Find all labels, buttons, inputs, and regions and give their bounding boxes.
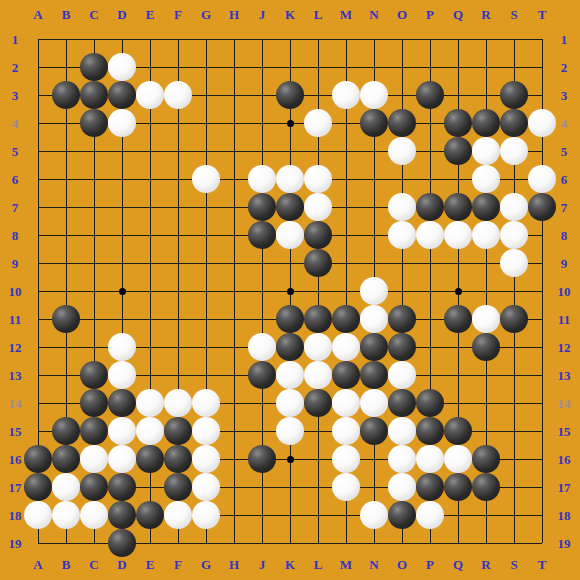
black-stone-d14 (108, 389, 136, 417)
column-label-top-n: N (369, 8, 378, 21)
black-stone-l8 (304, 221, 332, 249)
black-stone-k3 (276, 81, 304, 109)
row-label-right-15: 15 (558, 425, 571, 438)
white-stone-e3 (136, 81, 164, 109)
black-stone-s11 (500, 305, 528, 333)
white-stone-n18 (360, 501, 388, 529)
white-stone-s9 (500, 249, 528, 277)
white-stone-e15 (136, 417, 164, 445)
black-stone-c3 (80, 81, 108, 109)
black-stone-c4 (80, 109, 108, 137)
column-label-top-t: T (538, 8, 547, 21)
black-stone-d18 (108, 501, 136, 529)
black-stone-d3 (108, 81, 136, 109)
row-label-left-3: 3 (12, 89, 19, 102)
black-stone-a17 (24, 473, 52, 501)
black-stone-c17 (80, 473, 108, 501)
black-stone-q15 (444, 417, 472, 445)
white-stone-f3 (164, 81, 192, 109)
white-stone-b17 (52, 473, 80, 501)
column-label-top-l: L (314, 8, 323, 21)
white-stone-n10 (360, 277, 388, 305)
black-stone-e18 (136, 501, 164, 529)
column-label-bottom-k: K (285, 558, 295, 571)
black-stone-p3 (416, 81, 444, 109)
row-label-right-6: 6 (561, 173, 568, 186)
column-label-bottom-g: G (201, 558, 211, 571)
row-label-right-10: 10 (558, 285, 571, 298)
white-stone-p18 (416, 501, 444, 529)
white-stone-g18 (192, 501, 220, 529)
white-stone-c18 (80, 501, 108, 529)
white-stone-k8 (276, 221, 304, 249)
column-label-top-m: M (340, 8, 352, 21)
white-stone-m3 (332, 81, 360, 109)
row-label-right-3: 3 (561, 89, 568, 102)
black-stone-b11 (52, 305, 80, 333)
column-label-top-j: J (259, 8, 266, 21)
column-label-bottom-q: Q (453, 558, 463, 571)
black-stone-r16 (472, 445, 500, 473)
black-stone-p17 (416, 473, 444, 501)
black-stone-t7 (528, 193, 556, 221)
white-stone-l7 (304, 193, 332, 221)
white-stone-j6 (248, 165, 276, 193)
white-stone-p8 (416, 221, 444, 249)
black-stone-k7 (276, 193, 304, 221)
white-stone-m14 (332, 389, 360, 417)
row-label-left-6: 6 (12, 173, 19, 186)
black-stone-e16 (136, 445, 164, 473)
white-stone-t6 (528, 165, 556, 193)
star-point-k16 (287, 456, 294, 463)
black-stone-b16 (52, 445, 80, 473)
black-stone-j7 (248, 193, 276, 221)
white-stone-m17 (332, 473, 360, 501)
white-stone-d16 (108, 445, 136, 473)
black-stone-q7 (444, 193, 472, 221)
white-stone-b18 (52, 501, 80, 529)
row-label-left-19: 19 (9, 537, 22, 550)
white-stone-m15 (332, 417, 360, 445)
white-stone-q8 (444, 221, 472, 249)
row-label-right-5: 5 (561, 145, 568, 158)
black-stone-l11 (304, 305, 332, 333)
black-stone-o18 (388, 501, 416, 529)
star-point-d10 (119, 288, 126, 295)
row-label-left-14: 14 (9, 397, 22, 410)
column-label-bottom-f: F (174, 558, 182, 571)
row-label-right-4: 4 (561, 117, 568, 130)
black-stone-p15 (416, 417, 444, 445)
column-label-bottom-c: C (89, 558, 98, 571)
column-label-top-c: C (89, 8, 98, 21)
black-stone-r4 (472, 109, 500, 137)
black-stone-q5 (444, 137, 472, 165)
black-stone-d17 (108, 473, 136, 501)
column-label-top-f: F (174, 8, 182, 21)
column-label-top-s: S (510, 8, 517, 21)
black-stone-n13 (360, 361, 388, 389)
white-stone-d4 (108, 109, 136, 137)
star-point-k10 (287, 288, 294, 295)
white-stone-r5 (472, 137, 500, 165)
column-label-bottom-n: N (369, 558, 378, 571)
white-stone-l13 (304, 361, 332, 389)
white-stone-a18 (24, 501, 52, 529)
row-label-left-5: 5 (12, 145, 19, 158)
column-label-top-b: B (62, 8, 71, 21)
white-stone-g16 (192, 445, 220, 473)
black-stone-b3 (52, 81, 80, 109)
column-label-top-r: R (481, 8, 490, 21)
column-label-bottom-a: A (33, 558, 42, 571)
row-label-right-17: 17 (558, 481, 571, 494)
white-stone-p16 (416, 445, 444, 473)
column-label-top-g: G (201, 8, 211, 21)
black-stone-b15 (52, 417, 80, 445)
column-label-top-d: D (117, 8, 126, 21)
white-stone-o16 (388, 445, 416, 473)
white-stone-o5 (388, 137, 416, 165)
row-label-right-8: 8 (561, 229, 568, 242)
column-label-bottom-o: O (397, 558, 407, 571)
white-stone-k6 (276, 165, 304, 193)
white-stone-t4 (528, 109, 556, 137)
black-stone-n4 (360, 109, 388, 137)
white-stone-o17 (388, 473, 416, 501)
black-stone-c15 (80, 417, 108, 445)
black-stone-s4 (500, 109, 528, 137)
white-stone-d13 (108, 361, 136, 389)
white-stone-c16 (80, 445, 108, 473)
white-stone-o15 (388, 417, 416, 445)
go-board[interactable]: AABBCCDDEEFFGGHHJJKKLLMMNNOOPPQQRRSSTT11… (0, 0, 580, 580)
column-label-top-h: H (229, 8, 239, 21)
white-stone-n11 (360, 305, 388, 333)
row-label-left-1: 1 (12, 33, 19, 46)
row-label-left-9: 9 (12, 257, 19, 270)
white-stone-j12 (248, 333, 276, 361)
black-stone-p14 (416, 389, 444, 417)
black-stone-f16 (164, 445, 192, 473)
row-label-left-4: 4 (12, 117, 19, 130)
black-stone-a16 (24, 445, 52, 473)
row-label-right-18: 18 (558, 509, 571, 522)
black-stone-m13 (332, 361, 360, 389)
white-stone-m16 (332, 445, 360, 473)
black-stone-d19 (108, 529, 136, 557)
row-label-left-10: 10 (9, 285, 22, 298)
column-label-bottom-e: E (146, 558, 155, 571)
white-stone-o13 (388, 361, 416, 389)
row-label-right-7: 7 (561, 201, 568, 214)
black-stone-n15 (360, 417, 388, 445)
black-stone-k12 (276, 333, 304, 361)
black-stone-j13 (248, 361, 276, 389)
black-stone-c13 (80, 361, 108, 389)
black-stone-l9 (304, 249, 332, 277)
black-stone-s3 (500, 81, 528, 109)
star-point-q10 (455, 288, 462, 295)
white-stone-e14 (136, 389, 164, 417)
row-label-right-13: 13 (558, 369, 571, 382)
white-stone-g14 (192, 389, 220, 417)
white-stone-g17 (192, 473, 220, 501)
white-stone-r8 (472, 221, 500, 249)
black-stone-f15 (164, 417, 192, 445)
row-label-left-12: 12 (9, 341, 22, 354)
black-stone-o12 (388, 333, 416, 361)
black-stone-r12 (472, 333, 500, 361)
white-stone-m12 (332, 333, 360, 361)
white-stone-l6 (304, 165, 332, 193)
column-label-bottom-t: T (538, 558, 547, 571)
black-stone-m11 (332, 305, 360, 333)
row-label-right-11: 11 (558, 313, 570, 326)
row-label-left-8: 8 (12, 229, 19, 242)
black-stone-c14 (80, 389, 108, 417)
white-stone-q16 (444, 445, 472, 473)
white-stone-o8 (388, 221, 416, 249)
white-stone-f18 (164, 501, 192, 529)
column-label-top-p: P (426, 8, 434, 21)
row-label-left-11: 11 (9, 313, 21, 326)
black-stone-f17 (164, 473, 192, 501)
white-stone-k15 (276, 417, 304, 445)
column-label-bottom-r: R (481, 558, 490, 571)
column-label-top-a: A (33, 8, 42, 21)
white-stone-s7 (500, 193, 528, 221)
row-label-right-19: 19 (558, 537, 571, 550)
row-label-right-12: 12 (558, 341, 571, 354)
black-stone-k11 (276, 305, 304, 333)
column-label-top-k: K (285, 8, 295, 21)
column-label-top-o: O (397, 8, 407, 21)
column-label-bottom-m: M (340, 558, 352, 571)
row-label-left-7: 7 (12, 201, 19, 214)
white-stone-l12 (304, 333, 332, 361)
white-stone-o7 (388, 193, 416, 221)
white-stone-g6 (192, 165, 220, 193)
column-label-top-e: E (146, 8, 155, 21)
row-label-left-2: 2 (12, 61, 19, 74)
row-label-right-2: 2 (561, 61, 568, 74)
black-stone-o14 (388, 389, 416, 417)
white-stone-l4 (304, 109, 332, 137)
row-label-left-16: 16 (9, 453, 22, 466)
white-stone-f14 (164, 389, 192, 417)
white-stone-d15 (108, 417, 136, 445)
row-label-left-15: 15 (9, 425, 22, 438)
row-label-left-17: 17 (9, 481, 22, 494)
white-stone-n14 (360, 389, 388, 417)
black-stone-q4 (444, 109, 472, 137)
white-stone-d2 (108, 53, 136, 81)
white-stone-k13 (276, 361, 304, 389)
black-stone-j16 (248, 445, 276, 473)
column-label-bottom-h: H (229, 558, 239, 571)
white-stone-s5 (500, 137, 528, 165)
row-label-right-1: 1 (561, 33, 568, 46)
white-stone-g15 (192, 417, 220, 445)
row-label-left-13: 13 (9, 369, 22, 382)
column-label-top-q: Q (453, 8, 463, 21)
column-label-bottom-p: P (426, 558, 434, 571)
white-stone-d12 (108, 333, 136, 361)
black-stone-o11 (388, 305, 416, 333)
white-stone-n3 (360, 81, 388, 109)
black-stone-p7 (416, 193, 444, 221)
black-stone-n12 (360, 333, 388, 361)
column-label-bottom-j: J (259, 558, 266, 571)
white-stone-r6 (472, 165, 500, 193)
black-stone-q17 (444, 473, 472, 501)
black-stone-r7 (472, 193, 500, 221)
black-stone-o4 (388, 109, 416, 137)
row-label-left-18: 18 (9, 509, 22, 522)
row-label-right-9: 9 (561, 257, 568, 270)
black-stone-j8 (248, 221, 276, 249)
column-label-bottom-b: B (62, 558, 71, 571)
white-stone-k14 (276, 389, 304, 417)
black-stone-l14 (304, 389, 332, 417)
white-stone-r11 (472, 305, 500, 333)
black-stone-r17 (472, 473, 500, 501)
column-label-bottom-l: L (314, 558, 323, 571)
row-label-right-14: 14 (558, 397, 571, 410)
black-stone-c2 (80, 53, 108, 81)
star-point-k4 (287, 120, 294, 127)
black-stone-q11 (444, 305, 472, 333)
white-stone-s8 (500, 221, 528, 249)
row-label-right-16: 16 (558, 453, 571, 466)
column-label-bottom-d: D (117, 558, 126, 571)
column-label-bottom-s: S (510, 558, 517, 571)
